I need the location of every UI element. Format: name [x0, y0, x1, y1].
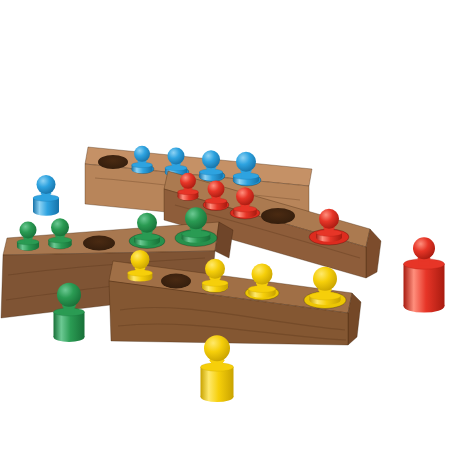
product-photo	[0, 0, 450, 450]
yellow-peg-seated	[309, 267, 340, 305]
red-block-end-face	[366, 229, 381, 278]
yellow-peg-loose	[201, 335, 234, 402]
green-peg-loose	[54, 283, 85, 342]
blue-block-empty-hole	[98, 155, 128, 169]
blue-peg-loose	[33, 175, 59, 216]
green-block-empty-hole	[83, 236, 115, 251]
yellow-block-empty-hole	[161, 274, 191, 289]
red-block-empty-hole	[261, 208, 295, 224]
scene-svg	[0, 0, 450, 450]
red-cylinder-loose	[404, 237, 445, 312]
